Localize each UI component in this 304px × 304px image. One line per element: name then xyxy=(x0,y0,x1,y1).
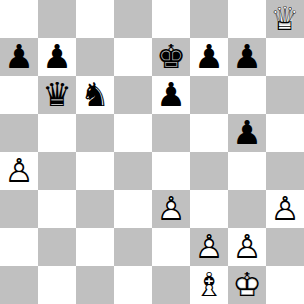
square-c6[interactable]: ♞ xyxy=(76,76,114,114)
black-queen[interactable]: ♛ xyxy=(38,76,76,114)
square-g7[interactable]: ♟ xyxy=(228,38,266,76)
square-f5[interactable] xyxy=(190,114,228,152)
white-pawn[interactable]: ♟♙ xyxy=(190,228,228,266)
square-b7[interactable]: ♟ xyxy=(38,38,76,76)
black-knight-glyph: ♞ xyxy=(76,76,114,114)
white-pawn[interactable]: ♟♙ xyxy=(228,228,266,266)
square-c1[interactable] xyxy=(76,266,114,304)
square-g2[interactable]: ♟♙ xyxy=(228,228,266,266)
black-pawn-glyph: ♟ xyxy=(228,114,266,152)
white-king-glyph: ♔ xyxy=(228,266,266,304)
square-h8[interactable]: ♛♕ xyxy=(266,0,304,38)
white-pawn-glyph: ♙ xyxy=(190,228,228,266)
square-c3[interactable] xyxy=(76,190,114,228)
square-d6[interactable] xyxy=(114,76,152,114)
square-d7[interactable] xyxy=(114,38,152,76)
square-f1[interactable]: ♝♗ xyxy=(190,266,228,304)
square-f3[interactable] xyxy=(190,190,228,228)
square-h7[interactable] xyxy=(266,38,304,76)
square-f4[interactable] xyxy=(190,152,228,190)
black-pawn[interactable]: ♟ xyxy=(0,38,38,76)
square-c4[interactable] xyxy=(76,152,114,190)
white-queen-glyph: ♕ xyxy=(266,0,304,38)
square-h3[interactable]: ♟♙ xyxy=(266,190,304,228)
square-c5[interactable] xyxy=(76,114,114,152)
white-queen[interactable]: ♛♕ xyxy=(266,0,304,38)
square-g1[interactable]: ♚♔ xyxy=(228,266,266,304)
square-h6[interactable] xyxy=(266,76,304,114)
square-f8[interactable] xyxy=(190,0,228,38)
square-g6[interactable] xyxy=(228,76,266,114)
square-d3[interactable] xyxy=(114,190,152,228)
black-pawn-glyph: ♟ xyxy=(0,38,38,76)
black-king-glyph: ♚ xyxy=(152,38,190,76)
square-b8[interactable] xyxy=(38,0,76,38)
square-e1[interactable] xyxy=(152,266,190,304)
white-bishop-glyph: ♗ xyxy=(190,266,228,304)
square-a1[interactable] xyxy=(0,266,38,304)
square-a4[interactable]: ♟♙ xyxy=(0,152,38,190)
black-pawn[interactable]: ♟ xyxy=(38,38,76,76)
square-b6[interactable]: ♛ xyxy=(38,76,76,114)
white-king[interactable]: ♚♔ xyxy=(228,266,266,304)
square-g4[interactable] xyxy=(228,152,266,190)
square-b2[interactable] xyxy=(38,228,76,266)
black-pawn[interactable]: ♟ xyxy=(228,38,266,76)
black-king[interactable]: ♚ xyxy=(152,38,190,76)
black-pawn[interactable]: ♟ xyxy=(190,38,228,76)
black-pawn[interactable]: ♟ xyxy=(228,114,266,152)
square-g3[interactable] xyxy=(228,190,266,228)
white-pawn[interactable]: ♟♙ xyxy=(0,152,38,190)
square-c8[interactable] xyxy=(76,0,114,38)
square-f2[interactable]: ♟♙ xyxy=(190,228,228,266)
square-a5[interactable] xyxy=(0,114,38,152)
black-queen-glyph: ♛ xyxy=(38,76,76,114)
square-b4[interactable] xyxy=(38,152,76,190)
black-pawn[interactable]: ♟ xyxy=(152,76,190,114)
square-b5[interactable] xyxy=(38,114,76,152)
square-d1[interactable] xyxy=(114,266,152,304)
square-h1[interactable] xyxy=(266,266,304,304)
black-pawn-glyph: ♟ xyxy=(228,38,266,76)
square-h5[interactable] xyxy=(266,114,304,152)
square-f7[interactable]: ♟ xyxy=(190,38,228,76)
square-e2[interactable] xyxy=(152,228,190,266)
white-pawn-glyph: ♙ xyxy=(0,152,38,190)
square-d2[interactable] xyxy=(114,228,152,266)
square-e3[interactable]: ♟♙ xyxy=(152,190,190,228)
square-a8[interactable] xyxy=(0,0,38,38)
square-b1[interactable] xyxy=(38,266,76,304)
white-pawn[interactable]: ♟♙ xyxy=(152,190,190,228)
square-c7[interactable] xyxy=(76,38,114,76)
square-f6[interactable] xyxy=(190,76,228,114)
square-a6[interactable] xyxy=(0,76,38,114)
square-a7[interactable]: ♟ xyxy=(0,38,38,76)
white-pawn-glyph: ♙ xyxy=(266,190,304,228)
black-pawn-glyph: ♟ xyxy=(38,38,76,76)
square-d8[interactable] xyxy=(114,0,152,38)
chess-board: ♛♕♟♟♚♟♟♛♞♟♟♟♙♟♙♟♙♟♙♟♙♝♗♚♔ xyxy=(0,0,304,304)
square-g5[interactable]: ♟ xyxy=(228,114,266,152)
white-pawn-glyph: ♙ xyxy=(152,190,190,228)
white-pawn-glyph: ♙ xyxy=(228,228,266,266)
white-pawn[interactable]: ♟♙ xyxy=(266,190,304,228)
square-c2[interactable] xyxy=(76,228,114,266)
square-b3[interactable] xyxy=(38,190,76,228)
square-e8[interactable] xyxy=(152,0,190,38)
square-e6[interactable]: ♟ xyxy=(152,76,190,114)
square-g8[interactable] xyxy=(228,0,266,38)
square-e4[interactable] xyxy=(152,152,190,190)
square-d4[interactable] xyxy=(114,152,152,190)
black-pawn-glyph: ♟ xyxy=(190,38,228,76)
square-e7[interactable]: ♚ xyxy=(152,38,190,76)
square-a3[interactable] xyxy=(0,190,38,228)
square-a2[interactable] xyxy=(0,228,38,266)
black-knight[interactable]: ♞ xyxy=(76,76,114,114)
black-pawn-glyph: ♟ xyxy=(152,76,190,114)
square-h2[interactable] xyxy=(266,228,304,266)
white-bishop[interactable]: ♝♗ xyxy=(190,266,228,304)
square-e5[interactable] xyxy=(152,114,190,152)
square-d5[interactable] xyxy=(114,114,152,152)
square-h4[interactable] xyxy=(266,152,304,190)
